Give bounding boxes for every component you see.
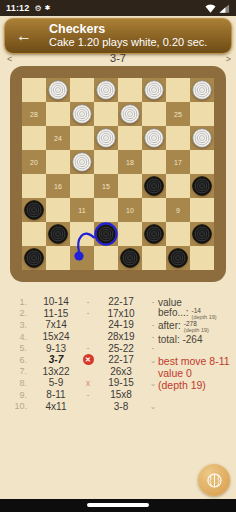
after-depth: (depth 19) [184,327,209,333]
square-number: 11 [78,207,85,214]
square-31[interactable] [94,78,118,102]
light-square [142,150,166,174]
checkers-board: 282524201817161511109 [10,66,226,282]
square-22[interactable] [142,126,166,150]
light-square [190,102,214,126]
clock: 11:12 [6,3,30,13]
square-32[interactable] [46,78,70,102]
square-15[interactable]: 15 [94,174,118,198]
status-bar: 11:12 ⚙ ✱ [0,0,236,16]
square-1[interactable] [166,246,190,270]
move-black[interactable]: 10-14 [32,296,80,307]
light-square [142,246,166,270]
light-square [118,126,142,150]
move-number: 3. [8,320,32,330]
move-list: 1.10-14·22-17·2.11-15·17x103.7x1424-19·4… [8,296,160,412]
light-square [118,78,142,102]
square-number: 10 [126,207,134,214]
light-square [142,102,166,126]
analysis-before-row: befo...: -14 (depth 19) [158,307,217,320]
white-piece[interactable] [120,104,140,124]
move-number: 7. [8,366,32,376]
eval-dot: · [80,343,96,353]
move-number: 1. [8,297,32,307]
square-14[interactable] [142,174,166,198]
move-number: 9. [8,390,32,400]
light-square [22,222,46,246]
move-black[interactable]: 7x14 [32,319,80,330]
move-white[interactable]: 17x10 [96,308,146,319]
light-square [46,102,70,126]
move-number: 8. [8,378,32,388]
white-piece[interactable] [96,128,116,148]
light-square [46,246,70,270]
move-black[interactable]: 4x11 [32,401,80,412]
move-white[interactable]: 24-19 [96,319,146,330]
black-piece[interactable] [144,224,164,244]
signal-icon [219,4,230,13]
move-black[interactable]: 9-13 [32,343,80,354]
white-piece[interactable] [144,128,164,148]
square-30[interactable] [142,78,166,102]
eval-dot: · [80,390,96,400]
square-16[interactable]: 16 [46,174,70,198]
system-nav-bar [0,499,236,512]
square-29[interactable] [190,78,214,102]
light-square [190,150,214,174]
black-piece[interactable] [144,176,164,196]
light-square [166,78,190,102]
brain-icon [206,472,223,489]
black-piece[interactable] [96,224,116,244]
light-square [94,102,118,126]
square-3[interactable] [70,246,94,270]
light-square [166,126,190,150]
move-white[interactable]: 25-22 [96,343,146,354]
light-square [70,174,94,198]
move-white[interactable]: 28x19 [96,331,146,342]
square-20[interactable]: 20 [22,150,46,174]
move-white[interactable]: 22-17 [96,296,146,307]
app-title: Checkers [49,23,207,36]
light-square [94,198,118,222]
white-piece[interactable] [192,128,212,148]
square-27[interactable] [70,102,94,126]
square-10[interactable]: 10 [118,198,142,222]
move-number: 4. [8,332,32,342]
light-square [118,222,142,246]
light-square [22,174,46,198]
square-28[interactable]: 28 [22,102,46,126]
square-number: 9 [176,207,180,214]
back-button[interactable]: ← [5,28,43,44]
white-piece[interactable] [144,80,164,100]
square-26[interactable] [118,102,142,126]
light-square [94,150,118,174]
move-black[interactable]: 15x24 [32,331,80,342]
light-square [46,198,70,222]
app-header: ← Checkers Cake 1.20 plays white, 0.20 s… [4,18,232,54]
expand-chevron-icon[interactable]: ⌄ [146,401,160,411]
light-square [166,222,190,246]
black-piece[interactable] [24,200,44,220]
square-number: 17 [174,159,182,166]
white-piece[interactable] [48,80,68,100]
square-23[interactable] [94,126,118,150]
square-2[interactable] [118,246,142,270]
light-square [22,126,46,150]
move-number: 10. [8,401,32,411]
square-number: 25 [174,111,182,118]
wifi-icon [205,4,216,13]
black-piece[interactable] [192,176,212,196]
move-black[interactable]: 13x22 [32,366,80,377]
engine-subtitle: Cake 1.20 plays white, 0.20 sec. [49,36,207,49]
square-8[interactable] [46,222,70,246]
notification-icon: ✱ [45,4,51,12]
move-white[interactable]: 22-17 [96,354,146,365]
analysis-after-row: after: -278 (depth 19) [158,320,209,333]
light-square [166,174,190,198]
black-piece[interactable] [120,248,140,268]
light-square [22,78,46,102]
move-white[interactable]: 15x8 [96,389,146,400]
white-piece[interactable] [72,152,92,172]
square-number: 18 [126,159,134,166]
light-square [118,174,142,198]
light-square [94,246,118,270]
square-18[interactable]: 18 [118,150,142,174]
best-move-note: best move 8-11 value 0 (depth 19) [158,355,230,391]
black-piece[interactable] [192,224,212,244]
move-white[interactable]: 26x3 [96,366,146,377]
analysis-total: total: -264 [158,334,202,345]
gear-icon: ⚙ [35,4,42,13]
white-piece[interactable] [72,104,92,124]
square-24[interactable]: 24 [46,126,70,150]
move-black[interactable]: 5-9 [32,377,80,388]
move-black[interactable]: 11-15 [32,308,80,319]
square-number: 15 [102,183,110,190]
light-square [70,126,94,150]
black-piece[interactable] [168,248,188,268]
gesture-pill[interactable] [87,503,149,507]
square-21[interactable] [190,126,214,150]
blunder-badge: ✕ [80,354,96,365]
move-number: 5. [8,343,32,353]
eval-dot: · [80,297,96,307]
light-square [70,78,94,102]
square-5[interactable] [190,222,214,246]
white-piece[interactable] [96,80,116,100]
square-7[interactable] [94,222,118,246]
white-piece[interactable] [192,80,212,100]
square-13[interactable] [190,174,214,198]
move-white[interactable]: 3-8 [96,401,146,412]
square-number: 20 [30,159,38,166]
square-number: 16 [54,183,62,190]
light-square [46,150,70,174]
square-number: 24 [54,135,62,142]
square-12[interactable] [22,198,46,222]
eval-dot: · [80,308,96,318]
light-square [190,198,214,222]
square-4[interactable] [22,246,46,270]
light-square [70,222,94,246]
light-square [190,246,214,270]
square-6[interactable] [142,222,166,246]
move-black[interactable]: 8-11 [32,389,80,400]
square-11[interactable]: 11 [70,198,94,222]
move-black[interactable]: 3-7 [32,354,80,365]
square-number: 28 [30,111,38,118]
black-piece[interactable] [48,224,68,244]
move-number: 2. [8,308,32,318]
move-number: 6. [8,355,32,365]
move-white[interactable]: 19-15 [96,377,146,388]
square-25[interactable]: 25 [166,102,190,126]
light-square [142,198,166,222]
square-17[interactable]: 17 [166,150,190,174]
black-piece[interactable] [24,248,44,268]
square-9[interactable]: 9 [166,198,190,222]
move-nav: < 3-7 > [0,52,236,66]
next-move-button[interactable]: > [226,54,231,64]
mistake-mark: x [80,378,96,388]
square-19[interactable] [70,150,94,174]
engine-fab[interactable] [198,464,230,496]
